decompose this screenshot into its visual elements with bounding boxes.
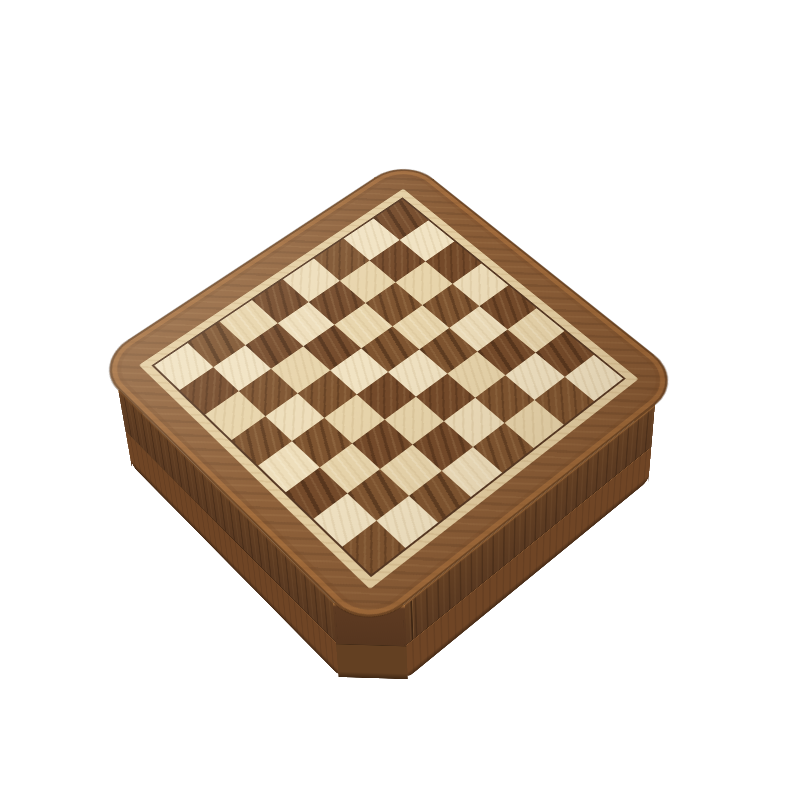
board-square — [412, 421, 472, 471]
board-square — [380, 445, 441, 496]
board-square — [473, 423, 534, 473]
board-square — [205, 391, 265, 439]
board-square — [285, 467, 347, 519]
board-square — [376, 496, 438, 549]
board-square — [352, 420, 412, 470]
board-square — [265, 393, 325, 441]
board-square — [179, 367, 238, 414]
board-square — [356, 372, 415, 420]
board-square — [347, 469, 409, 521]
board-square — [475, 375, 534, 423]
board-square — [384, 396, 444, 445]
board-square — [319, 443, 380, 494]
board-square — [313, 494, 375, 547]
board-square — [444, 398, 504, 447]
box-base-band — [336, 644, 408, 680]
drawer-seam — [410, 600, 413, 640]
board-square — [297, 370, 356, 417]
board-square — [238, 369, 297, 416]
board-square — [416, 374, 475, 422]
box-lid-top-face — [93, 158, 686, 635]
board-square — [504, 400, 564, 449]
board-square — [441, 447, 502, 498]
board-square — [324, 395, 384, 443]
board-square — [534, 377, 593, 425]
product-photo-white-background — [0, 0, 800, 800]
board-square — [342, 521, 405, 575]
board-square — [231, 416, 291, 465]
board-square — [409, 471, 471, 523]
board-square — [292, 418, 352, 467]
wooden-chess-box — [93, 158, 686, 635]
photo-scene — [0, 0, 800, 800]
board-square — [258, 441, 319, 491]
